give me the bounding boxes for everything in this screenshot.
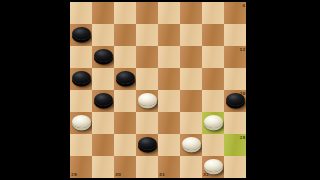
square-26[interactable] — [136, 134, 158, 156]
black-man[interactable] — [94, 93, 113, 106]
square-light-r1c1 — [92, 24, 114, 46]
square-light-r4c2 — [114, 90, 136, 112]
square-27[interactable] — [180, 134, 202, 156]
square-light-r2c6 — [202, 46, 224, 68]
black-man[interactable] — [138, 137, 157, 150]
square-8[interactable] — [202, 24, 224, 46]
black-man[interactable] — [116, 71, 135, 84]
square-light-r4c6 — [202, 90, 224, 112]
square-7[interactable] — [158, 24, 180, 46]
black-man[interactable] — [72, 27, 91, 40]
black-man[interactable] — [72, 71, 91, 84]
square-2[interactable] — [136, 2, 158, 24]
square-1[interactable] — [92, 2, 114, 24]
square-21[interactable] — [70, 112, 92, 134]
square-16[interactable] — [202, 68, 224, 90]
square-light-r3c1 — [92, 68, 114, 90]
square-light-r3c3 — [136, 68, 158, 90]
square-24[interactable] — [202, 112, 224, 134]
square-light-r7c3 — [136, 156, 158, 178]
square-5[interactable] — [70, 24, 92, 46]
square-number-label: 30 — [115, 173, 121, 177]
square-22[interactable] — [114, 112, 136, 134]
black-man[interactable] — [94, 49, 113, 62]
square-light-r4c0 — [70, 90, 92, 112]
square-light-r1c5 — [180, 24, 202, 46]
square-light-r3c7 — [224, 68, 246, 90]
white-man[interactable] — [72, 115, 91, 128]
square-light-r0c0 — [70, 2, 92, 24]
square-light-r2c4 — [158, 46, 180, 68]
square-light-r2c0 — [70, 46, 92, 68]
square-number-label: 28 — [239, 135, 245, 139]
square-light-r5c1 — [92, 112, 114, 134]
square-light-r6c2 — [114, 134, 136, 156]
white-man[interactable] — [138, 93, 157, 106]
square-number-label: 12 — [239, 47, 245, 51]
square-light-r0c6 — [202, 2, 224, 24]
square-20[interactable]: 20 — [224, 90, 246, 112]
square-light-r7c5 — [180, 156, 202, 178]
square-light-r3c5 — [180, 68, 202, 90]
square-15[interactable] — [158, 68, 180, 90]
square-light-r5c3 — [136, 112, 158, 134]
square-light-r4c4 — [158, 90, 180, 112]
square-light-r1c3 — [136, 24, 158, 46]
square-light-r0c4 — [158, 2, 180, 24]
square-light-r5c5 — [180, 112, 202, 134]
square-light-r1c7 — [224, 24, 246, 46]
square-3[interactable] — [180, 2, 202, 24]
square-number-label: 31 — [159, 173, 165, 177]
white-man[interactable] — [182, 137, 201, 150]
black-man[interactable] — [226, 93, 245, 106]
square-4[interactable]: 4 — [224, 2, 246, 24]
square-14[interactable] — [114, 68, 136, 90]
app-background: 412202829303132 — [0, 0, 320, 180]
square-light-r6c6 — [202, 134, 224, 156]
checkers-board: 412202829303132 — [70, 2, 246, 178]
square-number-label: 4 — [242, 3, 245, 7]
square-light-r7c7 — [224, 156, 246, 178]
square-12[interactable]: 12 — [224, 46, 246, 68]
square-light-r7c1 — [92, 156, 114, 178]
square-light-r2c2 — [114, 46, 136, 68]
square-32[interactable]: 32 — [202, 156, 224, 178]
square-29[interactable]: 29 — [70, 156, 92, 178]
square-number-label: 32 — [203, 173, 209, 177]
square-number-label: 29 — [71, 173, 77, 177]
square-18[interactable] — [136, 90, 158, 112]
square-13[interactable] — [70, 68, 92, 90]
square-28[interactable]: 28 — [224, 134, 246, 156]
square-6[interactable] — [114, 24, 136, 46]
square-30[interactable]: 30 — [114, 156, 136, 178]
square-light-r6c4 — [158, 134, 180, 156]
square-25[interactable] — [92, 134, 114, 156]
square-31[interactable]: 31 — [158, 156, 180, 178]
square-23[interactable] — [158, 112, 180, 134]
square-19[interactable] — [180, 90, 202, 112]
white-man[interactable] — [204, 115, 223, 128]
square-17[interactable] — [92, 90, 114, 112]
square-9[interactable] — [92, 46, 114, 68]
white-man[interactable] — [204, 159, 223, 172]
square-10[interactable] — [136, 46, 158, 68]
square-11[interactable] — [180, 46, 202, 68]
square-light-r6c0 — [70, 134, 92, 156]
square-light-r5c7 — [224, 112, 246, 134]
square-light-r0c2 — [114, 2, 136, 24]
